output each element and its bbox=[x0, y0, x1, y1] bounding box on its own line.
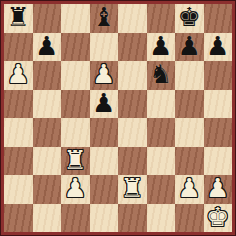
square-b8[interactable] bbox=[33, 4, 62, 33]
square-e3[interactable] bbox=[118, 147, 147, 176]
square-a1[interactable] bbox=[4, 204, 33, 233]
square-c2[interactable]: ♟ bbox=[61, 175, 90, 204]
square-g1[interactable] bbox=[175, 204, 204, 233]
square-g7[interactable]: ♟ bbox=[175, 33, 204, 62]
square-a2[interactable] bbox=[4, 175, 33, 204]
black-pawn: ♟ bbox=[92, 90, 115, 116]
black-pawn: ♟ bbox=[178, 33, 201, 59]
white-pawn: ♟ bbox=[7, 61, 30, 87]
square-f6[interactable]: ♞ bbox=[147, 61, 176, 90]
black-bishop: ♝ bbox=[92, 4, 115, 30]
square-c7[interactable] bbox=[61, 33, 90, 62]
square-b2[interactable] bbox=[33, 175, 62, 204]
square-d3[interactable] bbox=[90, 147, 119, 176]
square-b6[interactable] bbox=[33, 61, 62, 90]
black-pawn: ♟ bbox=[149, 33, 172, 59]
square-c1[interactable] bbox=[61, 204, 90, 233]
square-e4[interactable] bbox=[118, 118, 147, 147]
square-g3[interactable] bbox=[175, 147, 204, 176]
square-b5[interactable] bbox=[33, 90, 62, 119]
black-pawn: ♟ bbox=[206, 33, 229, 59]
square-g5[interactable] bbox=[175, 90, 204, 119]
square-f8[interactable] bbox=[147, 4, 176, 33]
square-d2[interactable] bbox=[90, 175, 119, 204]
square-f1[interactable] bbox=[147, 204, 176, 233]
square-h3[interactable] bbox=[204, 147, 233, 176]
square-e6[interactable] bbox=[118, 61, 147, 90]
square-a6[interactable]: ♟ bbox=[4, 61, 33, 90]
square-e8[interactable] bbox=[118, 4, 147, 33]
square-a3[interactable] bbox=[4, 147, 33, 176]
square-b3[interactable] bbox=[33, 147, 62, 176]
square-e7[interactable] bbox=[118, 33, 147, 62]
white-pawn: ♟ bbox=[206, 175, 229, 201]
board-frame: ♜♝♚♟♟♟♟♟♟♞♟♜♟♜♟♟♚ bbox=[0, 0, 236, 236]
white-pawn: ♟ bbox=[178, 175, 201, 201]
square-a5[interactable] bbox=[4, 90, 33, 119]
square-d8[interactable]: ♝ bbox=[90, 4, 119, 33]
black-rook: ♜ bbox=[7, 4, 30, 30]
square-b4[interactable] bbox=[33, 118, 62, 147]
square-h2[interactable]: ♟ bbox=[204, 175, 233, 204]
black-king: ♚ bbox=[178, 4, 201, 30]
square-f4[interactable] bbox=[147, 118, 176, 147]
square-c3[interactable]: ♜ bbox=[61, 147, 90, 176]
square-d7[interactable] bbox=[90, 33, 119, 62]
square-g8[interactable]: ♚ bbox=[175, 4, 204, 33]
square-h4[interactable] bbox=[204, 118, 233, 147]
square-e1[interactable] bbox=[118, 204, 147, 233]
square-g4[interactable] bbox=[175, 118, 204, 147]
square-h5[interactable] bbox=[204, 90, 233, 119]
white-king: ♚ bbox=[206, 204, 229, 230]
square-c8[interactable] bbox=[61, 4, 90, 33]
square-g2[interactable]: ♟ bbox=[175, 175, 204, 204]
square-h1[interactable]: ♚ bbox=[204, 204, 233, 233]
square-h7[interactable]: ♟ bbox=[204, 33, 233, 62]
square-c4[interactable] bbox=[61, 118, 90, 147]
chess-board: ♜♝♚♟♟♟♟♟♟♞♟♜♟♜♟♟♚ bbox=[4, 4, 232, 232]
square-g6[interactable] bbox=[175, 61, 204, 90]
black-pawn: ♟ bbox=[35, 33, 58, 59]
square-h6[interactable] bbox=[204, 61, 233, 90]
square-d5[interactable]: ♟ bbox=[90, 90, 119, 119]
white-pawn: ♟ bbox=[64, 175, 87, 201]
square-f7[interactable]: ♟ bbox=[147, 33, 176, 62]
square-d4[interactable] bbox=[90, 118, 119, 147]
square-f5[interactable] bbox=[147, 90, 176, 119]
square-b1[interactable] bbox=[33, 204, 62, 233]
square-e2[interactable]: ♜ bbox=[118, 175, 147, 204]
square-f2[interactable] bbox=[147, 175, 176, 204]
square-a4[interactable] bbox=[4, 118, 33, 147]
square-c5[interactable] bbox=[61, 90, 90, 119]
square-c6[interactable] bbox=[61, 61, 90, 90]
white-pawn: ♟ bbox=[92, 61, 115, 87]
square-a8[interactable]: ♜ bbox=[4, 4, 33, 33]
black-knight: ♞ bbox=[149, 61, 172, 87]
square-d6[interactable]: ♟ bbox=[90, 61, 119, 90]
square-a7[interactable] bbox=[4, 33, 33, 62]
square-h8[interactable] bbox=[204, 4, 233, 33]
white-rook: ♜ bbox=[64, 147, 87, 173]
square-b7[interactable]: ♟ bbox=[33, 33, 62, 62]
square-d1[interactable] bbox=[90, 204, 119, 233]
square-e5[interactable] bbox=[118, 90, 147, 119]
white-rook: ♜ bbox=[121, 175, 144, 201]
square-f3[interactable] bbox=[147, 147, 176, 176]
